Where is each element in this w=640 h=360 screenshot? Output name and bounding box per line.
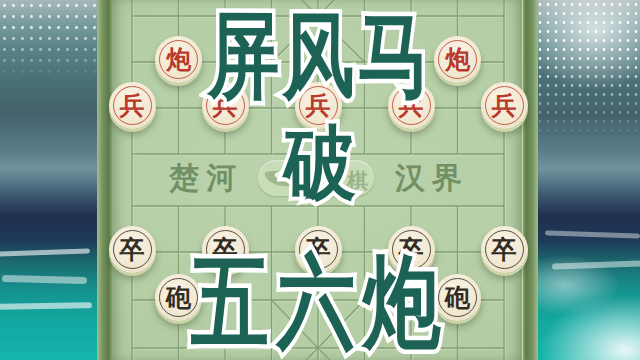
title-po: 破 xyxy=(0,110,640,218)
title-pingfengma: 屏风马 xyxy=(0,0,640,119)
xiangqi-scene: 楚河 汉界 棋 炮炮兵兵兵兵兵卒卒卒卒卒砲砲 屏风马 破 五六炮 xyxy=(0,0,640,360)
title-wuliupao: 五六炮 xyxy=(0,236,640,360)
